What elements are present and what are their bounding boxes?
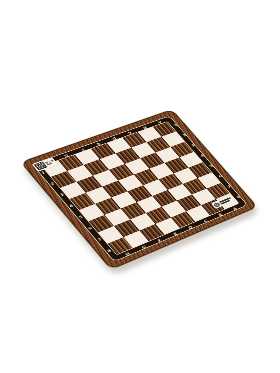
photo-background: HH11GG22FF33EE44DD55CC66BB77AA88: [0, 0, 280, 373]
qr-sticker-text-lines: [44, 160, 55, 166]
playing-field: [41, 121, 240, 256]
chess-board: HH11GG22FF33EE44DD55CC66BB77AA88: [20, 109, 258, 270]
